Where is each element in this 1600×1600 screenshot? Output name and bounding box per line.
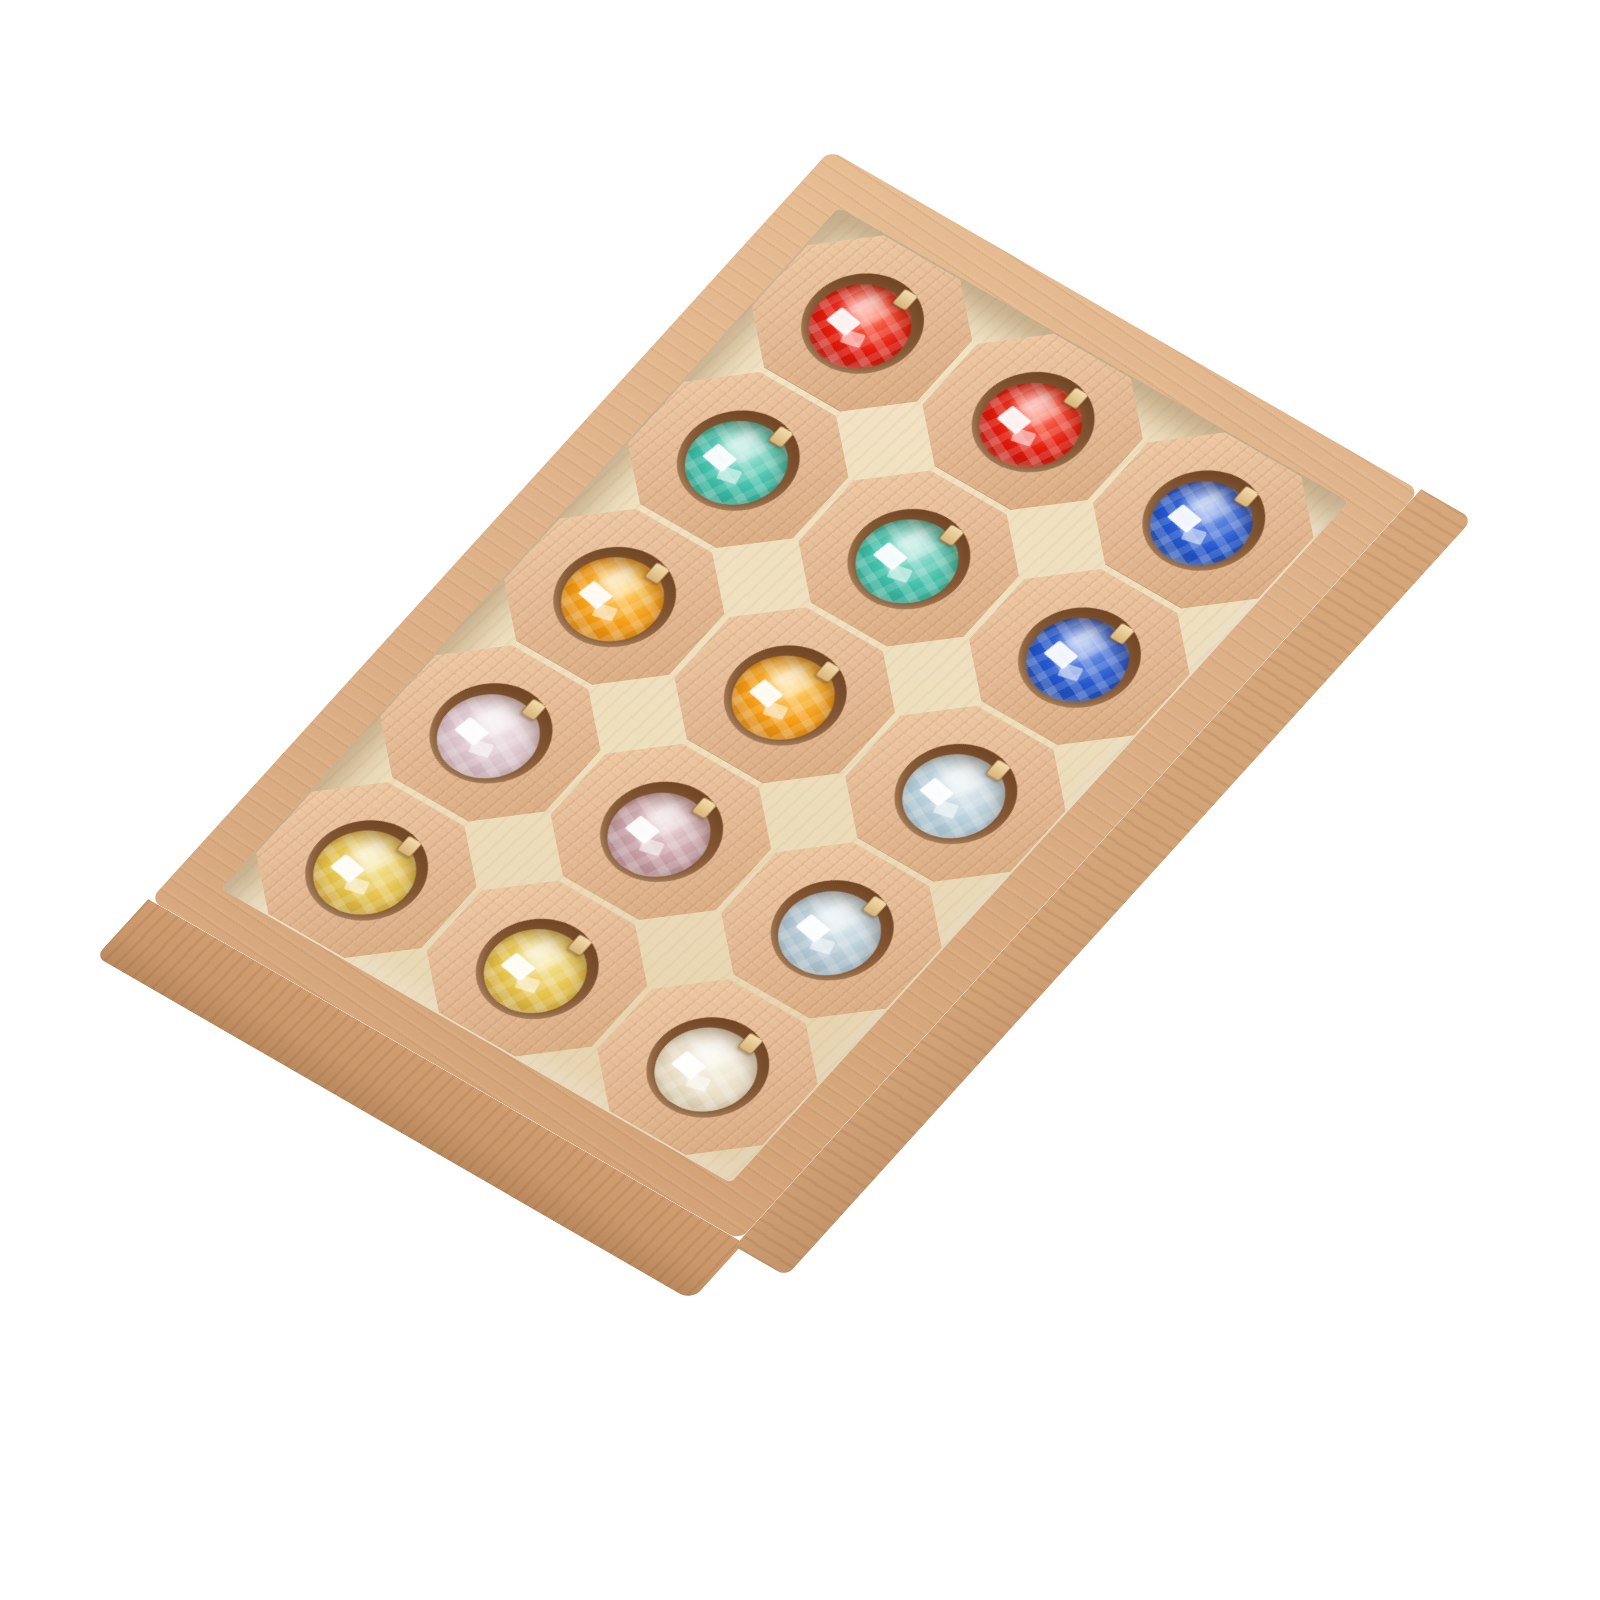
gem-yellow <box>462 913 607 1030</box>
gem-bluegray <box>757 874 902 991</box>
gem-facet-highlight <box>468 739 495 758</box>
wooden-tray <box>150 150 1420 1240</box>
gem-facet-highlight <box>749 679 784 708</box>
gem-amber <box>710 639 855 756</box>
gem-facet-highlight <box>1057 663 1084 682</box>
wood-peg-icon <box>815 660 842 683</box>
block-hole <box>947 352 1119 491</box>
wood-peg-icon <box>520 699 547 722</box>
gem-facet-highlight <box>997 406 1032 435</box>
block-hole <box>869 724 1041 863</box>
gem-facet-highlight <box>933 800 960 819</box>
gem-facet-highlight <box>578 580 613 609</box>
gem-facet-highlight <box>344 876 371 895</box>
gem-amber <box>540 541 685 658</box>
block-hole <box>1117 451 1289 590</box>
block-hole <box>575 762 747 901</box>
gem-facet-highlight <box>1043 641 1078 670</box>
gem-blue <box>1005 601 1150 718</box>
gem-cream <box>633 1011 778 1128</box>
block-hole <box>745 861 917 1000</box>
gem-facet-highlight <box>886 565 913 584</box>
block-hole <box>451 899 623 1038</box>
block-hole <box>528 527 700 666</box>
wood-peg-icon <box>768 425 795 448</box>
gem-blue <box>1129 465 1274 582</box>
product-photo-canvas <box>0 0 1600 1600</box>
gem-facet-highlight <box>672 1051 707 1080</box>
gem-facet-highlight <box>826 307 861 336</box>
gem-facet-highlight <box>638 838 665 857</box>
wood-peg-icon <box>691 797 718 820</box>
block-hole <box>404 664 576 803</box>
gem-facet-highlight <box>501 952 536 981</box>
block-hole <box>776 254 948 393</box>
wood-peg-icon <box>1233 486 1260 509</box>
wood-peg-icon <box>939 524 966 547</box>
gem-pink <box>416 677 561 794</box>
gem-facet-highlight <box>839 329 866 348</box>
gem-facet-highlight <box>809 936 836 955</box>
gem-facet-highlight <box>514 974 541 993</box>
gem-facet-highlight <box>715 466 742 485</box>
wood-peg-icon <box>1109 622 1136 645</box>
gem-facet-highlight <box>330 854 365 883</box>
gem-facet-highlight <box>1181 526 1208 545</box>
gem-mauve <box>586 776 731 893</box>
gem-facet-highlight <box>795 914 830 943</box>
gem-facet-highlight <box>1167 504 1202 533</box>
gem-yellow <box>292 814 437 931</box>
wood-peg-icon <box>985 759 1012 782</box>
wood-peg-icon <box>567 934 594 957</box>
gem-lightblue <box>881 738 1026 855</box>
wood-peg-icon <box>892 289 919 312</box>
gem-facet-highlight <box>592 603 619 622</box>
gem-facet-highlight <box>919 777 954 806</box>
gem-facet-highlight <box>762 701 789 720</box>
block-grid <box>221 207 1349 1183</box>
wood-peg-icon <box>1063 387 1090 410</box>
block-hole <box>652 391 824 530</box>
gem-facet-highlight <box>685 1073 712 1092</box>
gem-red <box>958 366 1103 483</box>
block-hole <box>699 626 871 765</box>
wood-peg-icon <box>861 896 888 919</box>
gem-teal <box>664 404 809 521</box>
wood-peg-icon <box>396 835 423 858</box>
block-hole <box>621 997 793 1136</box>
gem-facet-highlight <box>1010 428 1037 447</box>
gem-facet-highlight <box>454 717 489 746</box>
gem-facet-highlight <box>625 815 660 844</box>
wood-peg-icon <box>738 1032 765 1055</box>
gem-facet-highlight <box>873 542 908 571</box>
gem-red <box>788 268 933 385</box>
wood-peg-icon <box>644 562 671 585</box>
block-hole <box>993 588 1165 727</box>
block-hole <box>823 489 995 628</box>
gem-teal <box>834 503 979 620</box>
gem-facet-highlight <box>702 444 737 473</box>
block-hole <box>280 800 452 939</box>
